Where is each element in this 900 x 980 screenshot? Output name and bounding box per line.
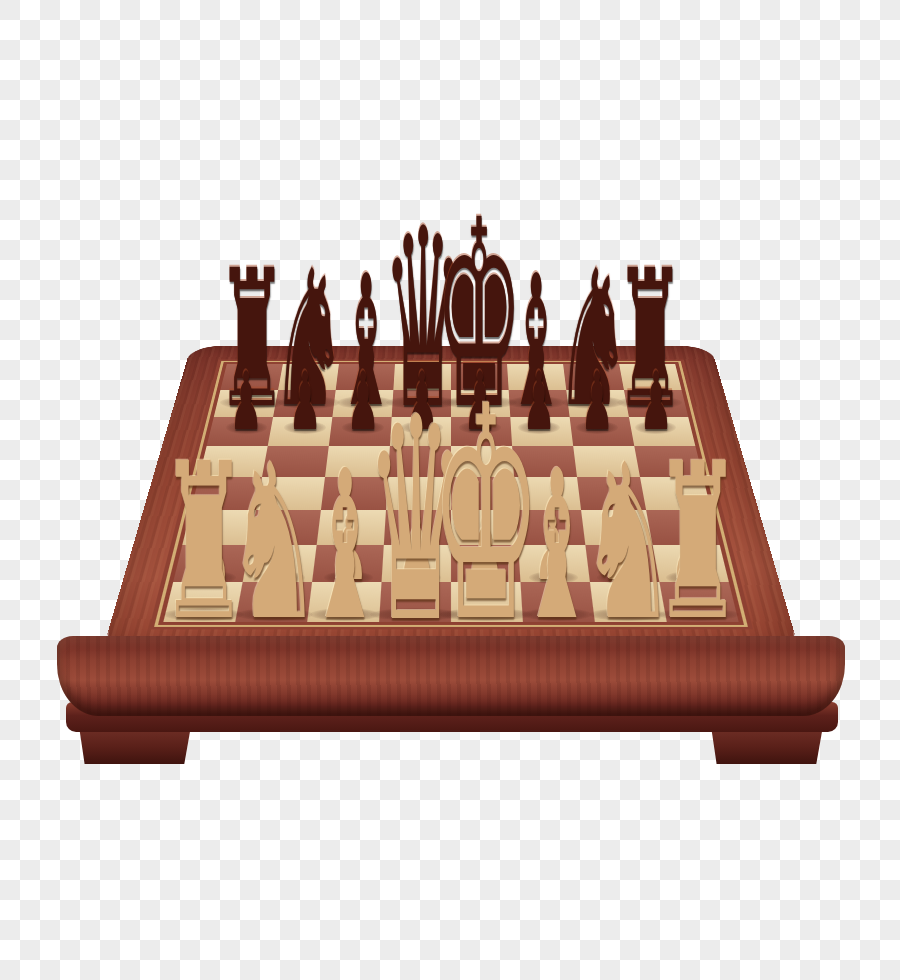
chess-set-photo: ♜♞♝♛♚♝♞♜♟♟♟♟♟♟♟♟♟♟♟♟♟♟♟♟♜♞♝♛♚♝♞♜	[0, 0, 900, 980]
white-rook-h1[interactable]: ♜	[654, 435, 743, 650]
